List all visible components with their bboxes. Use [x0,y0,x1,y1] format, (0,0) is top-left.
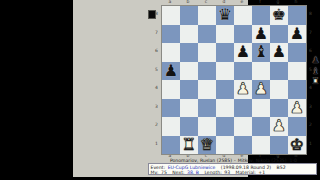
square-a8 [162,6,180,25]
rank-label-8: 8 [307,5,314,24]
black-queen: ♛ [218,6,232,24]
black-pawn-icon: ♟ [311,55,319,66]
square-e2 [234,117,252,136]
square-d8: ♛ [216,6,234,25]
square-c8 [198,6,216,25]
square-h6 [288,43,306,62]
square-g8: ♚ [270,6,288,25]
black-pawn: ♟ [236,43,250,61]
players-separator: - [234,158,236,163]
rank-label-3: 3 [153,98,160,117]
white-king: ♚ [290,136,304,154]
square-b6 [180,43,198,62]
game-info-box: Event: EU-CupG Lubniewice (1998.09.18 Ro… [148,163,317,175]
white-rook-icon: ♜ [311,76,319,87]
square-f1 [252,136,270,155]
square-c7 [198,25,216,44]
square-c1: ♛ [198,136,216,155]
square-h3: ♟ [288,99,306,118]
white-player-name: Ponomariov, Ruslan (2585) [170,158,232,163]
board-frame: abcdefgh abcdefgh 87654321 87654321 ♛♚♟♟… [73,0,248,177]
square-d3 [216,99,234,118]
square-f2 [252,117,270,136]
next-value: 38. B [187,170,199,174]
square-e6: ♟ [234,43,252,62]
square-b5 [180,62,198,81]
square-h1: ♚ [288,136,306,155]
square-e3 [234,99,252,118]
rank-label-4: 4 [153,79,160,98]
square-e1 [234,136,252,155]
square-d5 [216,62,234,81]
square-c5 [198,62,216,81]
rank-labels-left: 87654321 [153,5,160,153]
black-bishop-icon: ♝ [311,66,319,77]
white-rook: ♜ [182,136,196,154]
square-a3 [162,99,180,118]
square-a6 [162,43,180,62]
event-detail: (1998.09.18 Round 2) [221,165,271,170]
square-g5 [270,62,288,81]
square-g4 [270,80,288,99]
rank-label-1: 1 [307,135,314,154]
game-result: 1-0 [290,158,298,163]
square-g1 [270,136,288,155]
black-king: ♚ [272,6,286,24]
rank-label-3: 3 [307,98,314,117]
square-b4 [180,80,198,99]
material-value: +1 [258,170,265,174]
rank-label-1: 1 [153,135,160,154]
square-g2: ♟ [270,117,288,136]
rank-label-6: 6 [153,42,160,61]
side-to-move-indicator-black [148,10,156,19]
square-b3 [180,99,198,118]
stats-line: Mv: 75 Next: 38. B Length: 93 Material: … [151,170,315,174]
black-pawn: ♟ [290,25,304,43]
black-pawn: ♟ [164,62,178,80]
eco-code: B52 [277,165,286,170]
square-a4 [162,80,180,99]
square-f4: ♟ [252,80,270,99]
move-label: Mv: [151,170,159,174]
square-f6: ♝ [252,43,270,62]
white-pawn: ♟ [236,80,250,98]
rank-label-2: 2 [307,116,314,135]
square-a7 [162,25,180,44]
square-b8 [180,6,198,25]
square-b2 [180,117,198,136]
square-c2 [198,117,216,136]
square-d6 [216,43,234,62]
square-e8 [234,6,252,25]
square-d1 [216,136,234,155]
black-pawn: ♟ [272,43,286,61]
square-h5 [288,62,306,81]
game-scoreline: Ponomariov, Ruslan (2585)-Mitkov, Nikola… [146,158,320,163]
black-bishop: ♝ [254,43,268,61]
square-c3 [198,99,216,118]
square-h2 [288,117,306,136]
square-h7: ♟ [288,25,306,44]
square-h8 [288,6,306,25]
white-pawn: ♟ [272,117,286,135]
square-f8 [252,6,270,25]
square-e5 [234,62,252,81]
square-b1: ♜ [180,136,198,155]
square-f7: ♟ [252,25,270,44]
material-imbalance-tray: ♟♝♜ [310,55,320,87]
square-g3 [270,99,288,118]
square-c4 [198,80,216,99]
material-label: Material: [236,170,256,174]
square-d7 [216,25,234,44]
white-pawn: ♟ [290,99,304,117]
black-player-name: Mitkov, Nikola (2535) [238,158,287,163]
square-e7 [234,25,252,44]
video-frame: abcdefgh abcdefgh 87654321 87654321 ♛♚♟♟… [0,0,320,180]
rank-label-5: 5 [153,61,160,80]
square-b7 [180,25,198,44]
event-link[interactable]: EU-CupG Lubniewice [168,165,216,170]
square-e4: ♟ [234,80,252,99]
white-pawn: ♟ [254,80,268,98]
chess-board: ♛♚♟♟♟♝♟♟♟♟♟♟♜♛♚ [161,5,307,155]
length-value: 93 [224,170,230,174]
square-f5 [252,62,270,81]
square-f3 [252,99,270,118]
rank-label-2: 2 [153,116,160,135]
next-label: Next: [172,170,184,174]
square-d4 [216,80,234,99]
move-value: 75 [161,170,167,174]
square-c6 [198,43,216,62]
square-a2 [162,117,180,136]
white-queen: ♛ [200,136,214,154]
length-label: Length: [204,170,221,174]
rank-label-7: 7 [153,24,160,43]
rank-label-7: 7 [307,24,314,43]
black-pawn: ♟ [254,25,268,43]
square-d2 [216,117,234,136]
square-h4 [288,80,306,99]
square-a1 [162,136,180,155]
square-a5: ♟ [162,62,180,81]
square-g6: ♟ [270,43,288,62]
event-label: Event: [151,165,166,170]
square-g7 [270,25,288,44]
